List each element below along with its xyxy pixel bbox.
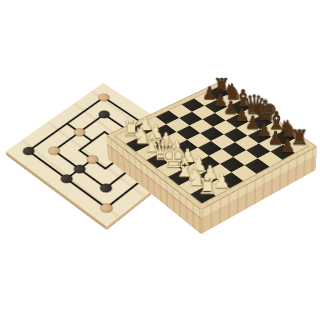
chess-piece-black-rook: ♜ <box>282 127 317 148</box>
chess-box-lid: ♜♟♟♜♞♟♟♞♝♟♟♝♛♟♟♛♚♟♟♚♝♟♟♝♞♟♟♞♜♟♟♜ <box>106 82 317 211</box>
chess-square: ♟ <box>259 137 283 152</box>
chess-box: ♜♟♟♜♞♟♟♞♝♟♟♝♛♟♟♛♚♟♟♚♝♟♟♝♞♟♟♞♜♟♟♜ <box>106 82 317 211</box>
chess-piece-black-bishop: ♝ <box>259 109 294 133</box>
chess-piece-black-rook: ♜ <box>205 76 238 96</box>
chess-box-scene: ♜♟♟♜♞♟♟♞♝♟♟♝♛♟♟♛♚♟♟♚♝♟♟♝♞♟♟♞♜♟♟♜ <box>104 66 320 246</box>
product-photo-stage: ♜♟♟♜♞♟♟♞♝♟♟♝♛♟♟♛♚♟♟♚♝♟♟♝♞♟♟♞♜♟♟♜ <box>0 0 320 320</box>
